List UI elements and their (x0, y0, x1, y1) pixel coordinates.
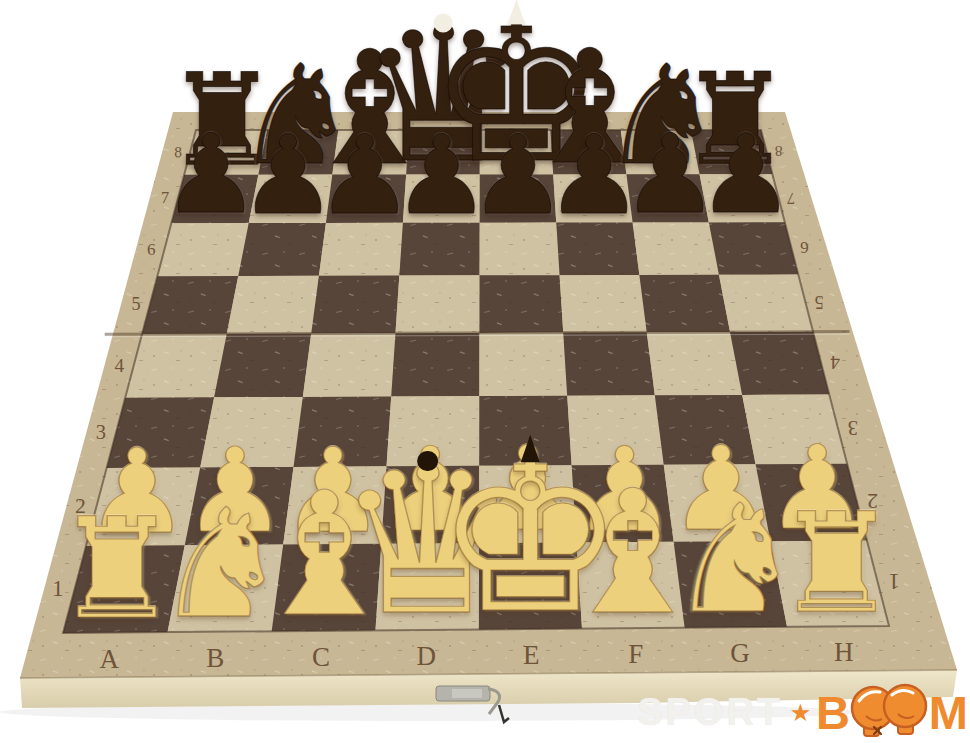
chess-set-photo: ABCDEFGH8877665544332211 ♜♞♝♛♚♝♞♜♟♟♟♟♟♟♟… (0, 0, 970, 743)
file-label-E: E (523, 640, 540, 670)
file-label-D: D (417, 641, 437, 671)
file-label-A: A (99, 644, 119, 674)
rank-label-right-7: 7 (787, 189, 795, 207)
star-icon: ★ (791, 702, 810, 723)
watermark-letter-m: M (929, 689, 968, 736)
rank-label-left-6: 6 (147, 240, 156, 259)
file-label-H: H (834, 637, 854, 667)
watermark-faint-text: SPORT (637, 693, 783, 731)
rank-label-right-5: 5 (815, 292, 824, 312)
file-label-G: G (730, 638, 750, 668)
rank-label-right-8: 8 (774, 143, 782, 160)
rank-label-left-4: 4 (114, 355, 124, 376)
boxing-gloves-icon (846, 683, 934, 739)
rank-label-left-2: 2 (75, 494, 86, 518)
file-label-F: F (628, 639, 643, 669)
rank-label-right-2: 2 (867, 489, 878, 513)
chess-board: ABCDEFGH8877665544332211 (0, 0, 970, 743)
watermark-letter-b: B (816, 689, 850, 736)
file-label-C: C (312, 642, 330, 672)
rank-label-left-5: 5 (131, 294, 140, 314)
rank-label-right-1: 1 (888, 569, 900, 595)
rank-label-right-6: 6 (800, 238, 809, 257)
rank-label-left-1: 1 (52, 575, 64, 601)
file-label-B: B (206, 643, 224, 673)
watermark-sport-boom: SPORT ★ B M (637, 683, 968, 741)
rank-label-right-3: 3 (848, 417, 858, 439)
rank-label-left-8: 8 (174, 143, 182, 160)
rank-label-right-4: 4 (830, 352, 840, 373)
rank-label-left-7: 7 (161, 189, 169, 207)
rank-label-left-3: 3 (96, 421, 106, 443)
